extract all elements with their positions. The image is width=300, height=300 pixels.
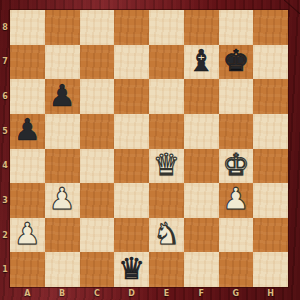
square-b1[interactable] <box>45 252 80 287</box>
square-b5[interactable] <box>45 114 80 149</box>
square-a8[interactable] <box>10 10 45 45</box>
square-e3[interactable] <box>149 183 184 218</box>
square-h4[interactable] <box>253 149 288 184</box>
square-f2[interactable] <box>184 218 219 253</box>
square-g2[interactable] <box>219 218 254 253</box>
square-g6[interactable] <box>219 79 254 114</box>
square-a4[interactable] <box>10 149 45 184</box>
square-b4[interactable] <box>45 149 80 184</box>
square-a1[interactable] <box>10 252 45 287</box>
piece-white-pawn[interactable]: ♟ <box>49 184 76 214</box>
square-g3[interactable]: ♟ <box>219 183 254 218</box>
file-label-e: E <box>149 287 184 300</box>
square-b2[interactable] <box>45 218 80 253</box>
file-label-a: A <box>10 287 45 300</box>
piece-black-pawn[interactable]: ♟ <box>49 81 76 111</box>
square-h6[interactable] <box>253 79 288 114</box>
square-e4[interactable]: ♛ <box>149 149 184 184</box>
file-label-c: C <box>80 287 115 300</box>
rank-label-6: 6 <box>0 79 10 114</box>
square-h8[interactable] <box>253 10 288 45</box>
square-d1[interactable]: ♛ <box>114 252 149 287</box>
square-c2[interactable] <box>80 218 115 253</box>
square-d6[interactable] <box>114 79 149 114</box>
square-f4[interactable] <box>184 149 219 184</box>
square-d7[interactable] <box>114 45 149 80</box>
file-label-h: H <box>253 287 288 300</box>
square-c1[interactable] <box>80 252 115 287</box>
square-c4[interactable] <box>80 149 115 184</box>
square-a5[interactable]: ♟ <box>10 114 45 149</box>
square-g5[interactable] <box>219 114 254 149</box>
square-d2[interactable] <box>114 218 149 253</box>
square-g8[interactable] <box>219 10 254 45</box>
square-a2[interactable]: ♟ <box>10 218 45 253</box>
chess-board: ♝♚♟♟♛♚♟♟♟♞♛ <box>10 10 288 287</box>
rank-label-7: 7 <box>0 45 10 80</box>
square-h1[interactable] <box>253 252 288 287</box>
square-d3[interactable] <box>114 183 149 218</box>
square-g1[interactable] <box>219 252 254 287</box>
square-e2[interactable]: ♞ <box>149 218 184 253</box>
square-c3[interactable] <box>80 183 115 218</box>
square-b3[interactable]: ♟ <box>45 183 80 218</box>
rank-label-3: 3 <box>0 183 10 218</box>
square-h5[interactable] <box>253 114 288 149</box>
square-d4[interactable] <box>114 149 149 184</box>
square-f8[interactable] <box>184 10 219 45</box>
square-c7[interactable] <box>80 45 115 80</box>
square-c5[interactable] <box>80 114 115 149</box>
square-c6[interactable] <box>80 79 115 114</box>
file-label-f: F <box>184 287 219 300</box>
piece-black-pawn[interactable]: ♟ <box>14 115 41 145</box>
square-f5[interactable] <box>184 114 219 149</box>
piece-white-pawn[interactable]: ♟ <box>222 184 249 214</box>
file-label-b: B <box>45 287 80 300</box>
square-f3[interactable] <box>184 183 219 218</box>
square-a7[interactable] <box>10 45 45 80</box>
piece-white-queen[interactable]: ♛ <box>153 150 180 180</box>
file-labels: ABCDEFGH <box>10 287 288 300</box>
square-h7[interactable] <box>253 45 288 80</box>
file-label-d: D <box>114 287 149 300</box>
piece-white-pawn[interactable]: ♟ <box>14 219 41 249</box>
square-e7[interactable] <box>149 45 184 80</box>
rank-label-2: 2 <box>0 218 10 253</box>
square-h3[interactable] <box>253 183 288 218</box>
rank-label-8: 8 <box>0 10 10 45</box>
square-b7[interactable] <box>45 45 80 80</box>
square-b8[interactable] <box>45 10 80 45</box>
square-e8[interactable] <box>149 10 184 45</box>
square-f1[interactable] <box>184 252 219 287</box>
piece-black-queen[interactable]: ♛ <box>118 254 145 284</box>
piece-black-bishop[interactable]: ♝ <box>188 46 215 76</box>
square-h2[interactable] <box>253 218 288 253</box>
square-f7[interactable]: ♝ <box>184 45 219 80</box>
square-e1[interactable] <box>149 252 184 287</box>
square-e5[interactable] <box>149 114 184 149</box>
square-e6[interactable] <box>149 79 184 114</box>
square-b6[interactable]: ♟ <box>45 79 80 114</box>
piece-black-king[interactable]: ♚ <box>222 46 249 76</box>
square-a6[interactable] <box>10 79 45 114</box>
square-f6[interactable] <box>184 79 219 114</box>
square-c8[interactable] <box>80 10 115 45</box>
file-label-g: G <box>219 287 254 300</box>
piece-white-knight[interactable]: ♞ <box>153 219 180 249</box>
rank-label-4: 4 <box>0 149 10 184</box>
rank-labels: 87654321 <box>0 10 10 287</box>
square-g7[interactable]: ♚ <box>219 45 254 80</box>
chess-board-frame: ♝♚♟♟♛♚♟♟♟♞♛ 87654321 ABCDEFGH <box>0 0 300 300</box>
square-g4[interactable]: ♚ <box>219 149 254 184</box>
rank-label-5: 5 <box>0 114 10 149</box>
square-a3[interactable] <box>10 183 45 218</box>
square-d8[interactable] <box>114 10 149 45</box>
piece-white-king[interactable]: ♚ <box>222 150 249 180</box>
square-d5[interactable] <box>114 114 149 149</box>
rank-label-1: 1 <box>0 252 10 287</box>
